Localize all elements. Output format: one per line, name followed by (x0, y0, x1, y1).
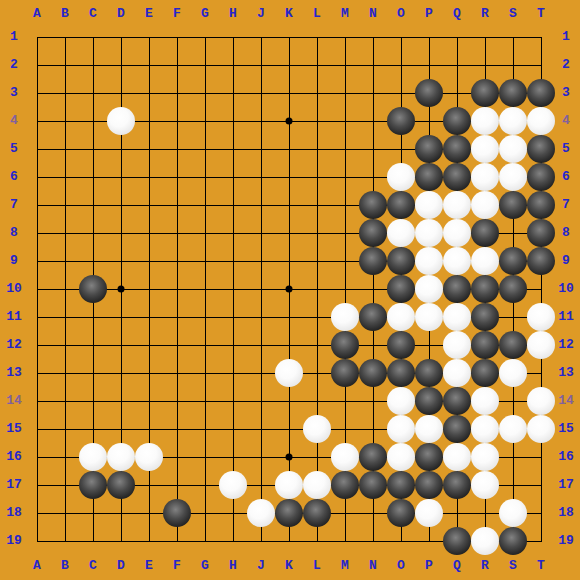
intersection-O2[interactable] (387, 51, 415, 79)
intersection-L14[interactable] (303, 387, 331, 415)
intersection-S18[interactable] (499, 499, 527, 527)
intersection-P15[interactable] (415, 415, 443, 443)
intersection-L16[interactable] (303, 443, 331, 471)
intersection-F12[interactable] (163, 331, 191, 359)
intersection-H12[interactable] (219, 331, 247, 359)
intersection-L18[interactable] (303, 499, 331, 527)
intersection-C11[interactable] (79, 303, 107, 331)
intersection-T14[interactable] (527, 387, 555, 415)
intersection-R1[interactable] (471, 23, 499, 51)
intersection-M3[interactable] (331, 79, 359, 107)
intersection-M15[interactable] (331, 415, 359, 443)
intersection-O10[interactable] (387, 275, 415, 303)
intersection-T6[interactable] (527, 163, 555, 191)
intersection-F19[interactable] (163, 527, 191, 555)
intersection-H9[interactable] (219, 247, 247, 275)
intersection-F4[interactable] (163, 107, 191, 135)
intersection-F8[interactable] (163, 219, 191, 247)
intersection-S6[interactable] (499, 163, 527, 191)
intersection-A13[interactable] (23, 359, 51, 387)
intersection-R17[interactable] (471, 471, 499, 499)
intersection-S1[interactable] (499, 23, 527, 51)
intersection-P1[interactable] (415, 23, 443, 51)
intersection-Q14[interactable] (443, 387, 471, 415)
intersection-N11[interactable] (359, 303, 387, 331)
intersection-P17[interactable] (415, 471, 443, 499)
intersection-S17[interactable] (499, 471, 527, 499)
intersection-D10[interactable] (107, 275, 135, 303)
intersection-K7[interactable] (275, 191, 303, 219)
intersection-L17[interactable] (303, 471, 331, 499)
intersection-L9[interactable] (303, 247, 331, 275)
intersection-K12[interactable] (275, 331, 303, 359)
intersection-K14[interactable] (275, 387, 303, 415)
intersection-P14[interactable] (415, 387, 443, 415)
intersection-N17[interactable] (359, 471, 387, 499)
intersection-Q19[interactable] (443, 527, 471, 555)
intersection-P6[interactable] (415, 163, 443, 191)
intersection-D11[interactable] (107, 303, 135, 331)
intersection-A9[interactable] (23, 247, 51, 275)
intersection-Q17[interactable] (443, 471, 471, 499)
intersection-K10[interactable] (275, 275, 303, 303)
intersection-G6[interactable] (191, 163, 219, 191)
intersection-O8[interactable] (387, 219, 415, 247)
intersection-P13[interactable] (415, 359, 443, 387)
intersection-N3[interactable] (359, 79, 387, 107)
intersection-D8[interactable] (107, 219, 135, 247)
intersection-L19[interactable] (303, 527, 331, 555)
intersection-K5[interactable] (275, 135, 303, 163)
intersection-E11[interactable] (135, 303, 163, 331)
intersection-M7[interactable] (331, 191, 359, 219)
intersection-F3[interactable] (163, 79, 191, 107)
intersection-E16[interactable] (135, 443, 163, 471)
intersection-C2[interactable] (79, 51, 107, 79)
intersection-S13[interactable] (499, 359, 527, 387)
intersection-B5[interactable] (51, 135, 79, 163)
intersection-C10[interactable] (79, 275, 107, 303)
intersection-K1[interactable] (275, 23, 303, 51)
intersection-E2[interactable] (135, 51, 163, 79)
intersection-M1[interactable] (331, 23, 359, 51)
intersection-R9[interactable] (471, 247, 499, 275)
intersection-E8[interactable] (135, 219, 163, 247)
intersection-T7[interactable] (527, 191, 555, 219)
intersection-B10[interactable] (51, 275, 79, 303)
intersection-R13[interactable] (471, 359, 499, 387)
intersection-J4[interactable] (247, 107, 275, 135)
intersection-T10[interactable] (527, 275, 555, 303)
intersection-T17[interactable] (527, 471, 555, 499)
intersection-J14[interactable] (247, 387, 275, 415)
intersection-C18[interactable] (79, 499, 107, 527)
intersection-D17[interactable] (107, 471, 135, 499)
intersection-N4[interactable] (359, 107, 387, 135)
intersection-P16[interactable] (415, 443, 443, 471)
intersection-G10[interactable] (191, 275, 219, 303)
intersection-F17[interactable] (163, 471, 191, 499)
intersection-A10[interactable] (23, 275, 51, 303)
intersection-O15[interactable] (387, 415, 415, 443)
intersection-B17[interactable] (51, 471, 79, 499)
intersection-G11[interactable] (191, 303, 219, 331)
intersection-P18[interactable] (415, 499, 443, 527)
intersection-H15[interactable] (219, 415, 247, 443)
intersection-H19[interactable] (219, 527, 247, 555)
intersection-E5[interactable] (135, 135, 163, 163)
intersection-N15[interactable] (359, 415, 387, 443)
intersection-Q13[interactable] (443, 359, 471, 387)
intersection-H3[interactable] (219, 79, 247, 107)
intersection-P11[interactable] (415, 303, 443, 331)
intersection-C9[interactable] (79, 247, 107, 275)
intersection-E3[interactable] (135, 79, 163, 107)
intersection-C14[interactable] (79, 387, 107, 415)
intersection-L13[interactable] (303, 359, 331, 387)
intersection-T8[interactable] (527, 219, 555, 247)
intersection-O4[interactable] (387, 107, 415, 135)
intersection-N8[interactable] (359, 219, 387, 247)
intersection-M4[interactable] (331, 107, 359, 135)
intersection-A17[interactable] (23, 471, 51, 499)
intersection-R2[interactable] (471, 51, 499, 79)
intersection-R14[interactable] (471, 387, 499, 415)
intersection-J15[interactable] (247, 415, 275, 443)
intersection-R6[interactable] (471, 163, 499, 191)
intersection-S2[interactable] (499, 51, 527, 79)
intersection-J7[interactable] (247, 191, 275, 219)
intersection-K9[interactable] (275, 247, 303, 275)
intersection-G17[interactable] (191, 471, 219, 499)
intersection-K19[interactable] (275, 527, 303, 555)
intersection-R18[interactable] (471, 499, 499, 527)
intersection-F5[interactable] (163, 135, 191, 163)
intersection-M17[interactable] (331, 471, 359, 499)
intersection-A3[interactable] (23, 79, 51, 107)
intersection-C4[interactable] (79, 107, 107, 135)
intersection-C15[interactable] (79, 415, 107, 443)
intersection-K17[interactable] (275, 471, 303, 499)
intersection-J12[interactable] (247, 331, 275, 359)
intersection-B13[interactable] (51, 359, 79, 387)
intersection-G5[interactable] (191, 135, 219, 163)
intersection-D9[interactable] (107, 247, 135, 275)
intersection-Q2[interactable] (443, 51, 471, 79)
intersection-T2[interactable] (527, 51, 555, 79)
intersection-R3[interactable] (471, 79, 499, 107)
intersection-N13[interactable] (359, 359, 387, 387)
intersection-A18[interactable] (23, 499, 51, 527)
intersection-M5[interactable] (331, 135, 359, 163)
intersection-L5[interactable] (303, 135, 331, 163)
intersection-Q10[interactable] (443, 275, 471, 303)
intersection-J3[interactable] (247, 79, 275, 107)
intersection-T19[interactable] (527, 527, 555, 555)
intersection-S14[interactable] (499, 387, 527, 415)
intersection-B8[interactable] (51, 219, 79, 247)
intersection-F18[interactable] (163, 499, 191, 527)
intersection-Q8[interactable] (443, 219, 471, 247)
intersection-B7[interactable] (51, 191, 79, 219)
intersection-J17[interactable] (247, 471, 275, 499)
intersection-O16[interactable] (387, 443, 415, 471)
intersection-F6[interactable] (163, 163, 191, 191)
intersection-S12[interactable] (499, 331, 527, 359)
intersection-N12[interactable] (359, 331, 387, 359)
intersection-G7[interactable] (191, 191, 219, 219)
intersection-T18[interactable] (527, 499, 555, 527)
intersection-K15[interactable] (275, 415, 303, 443)
intersection-S9[interactable] (499, 247, 527, 275)
intersection-O3[interactable] (387, 79, 415, 107)
intersection-E4[interactable] (135, 107, 163, 135)
intersection-N6[interactable] (359, 163, 387, 191)
intersection-E19[interactable] (135, 527, 163, 555)
intersection-C19[interactable] (79, 527, 107, 555)
intersection-Q15[interactable] (443, 415, 471, 443)
intersection-D16[interactable] (107, 443, 135, 471)
intersection-A16[interactable] (23, 443, 51, 471)
intersection-A4[interactable] (23, 107, 51, 135)
intersection-C6[interactable] (79, 163, 107, 191)
intersection-A15[interactable] (23, 415, 51, 443)
intersection-E9[interactable] (135, 247, 163, 275)
intersection-L15[interactable] (303, 415, 331, 443)
intersection-H18[interactable] (219, 499, 247, 527)
intersection-A6[interactable] (23, 163, 51, 191)
intersection-P2[interactable] (415, 51, 443, 79)
intersection-B18[interactable] (51, 499, 79, 527)
intersection-P7[interactable] (415, 191, 443, 219)
intersection-T12[interactable] (527, 331, 555, 359)
intersection-Q9[interactable] (443, 247, 471, 275)
intersection-L6[interactable] (303, 163, 331, 191)
intersection-O19[interactable] (387, 527, 415, 555)
intersection-P5[interactable] (415, 135, 443, 163)
intersection-O1[interactable] (387, 23, 415, 51)
intersection-E6[interactable] (135, 163, 163, 191)
intersection-R5[interactable] (471, 135, 499, 163)
intersection-M2[interactable] (331, 51, 359, 79)
intersection-Q3[interactable] (443, 79, 471, 107)
intersection-G18[interactable] (191, 499, 219, 527)
intersection-A12[interactable] (23, 331, 51, 359)
intersection-N10[interactable] (359, 275, 387, 303)
intersection-A7[interactable] (23, 191, 51, 219)
intersection-B2[interactable] (51, 51, 79, 79)
intersection-T11[interactable] (527, 303, 555, 331)
intersection-A1[interactable] (23, 23, 51, 51)
intersection-J19[interactable] (247, 527, 275, 555)
intersection-M16[interactable] (331, 443, 359, 471)
intersection-F7[interactable] (163, 191, 191, 219)
intersection-D6[interactable] (107, 163, 135, 191)
intersection-M12[interactable] (331, 331, 359, 359)
intersection-H2[interactable] (219, 51, 247, 79)
intersection-G9[interactable] (191, 247, 219, 275)
intersection-N2[interactable] (359, 51, 387, 79)
intersection-M19[interactable] (331, 527, 359, 555)
intersection-B16[interactable] (51, 443, 79, 471)
intersection-P3[interactable] (415, 79, 443, 107)
intersection-N19[interactable] (359, 527, 387, 555)
intersection-D4[interactable] (107, 107, 135, 135)
intersection-A2[interactable] (23, 51, 51, 79)
intersection-L4[interactable] (303, 107, 331, 135)
intersection-J6[interactable] (247, 163, 275, 191)
intersection-K16[interactable] (275, 443, 303, 471)
intersection-P8[interactable] (415, 219, 443, 247)
intersection-O18[interactable] (387, 499, 415, 527)
intersection-D14[interactable] (107, 387, 135, 415)
intersection-H16[interactable] (219, 443, 247, 471)
intersection-C3[interactable] (79, 79, 107, 107)
intersection-T15[interactable] (527, 415, 555, 443)
intersection-S4[interactable] (499, 107, 527, 135)
intersection-L8[interactable] (303, 219, 331, 247)
intersection-L10[interactable] (303, 275, 331, 303)
intersection-Q1[interactable] (443, 23, 471, 51)
intersection-J10[interactable] (247, 275, 275, 303)
intersection-R8[interactable] (471, 219, 499, 247)
intersection-J16[interactable] (247, 443, 275, 471)
intersection-L7[interactable] (303, 191, 331, 219)
intersection-O12[interactable] (387, 331, 415, 359)
intersection-D3[interactable] (107, 79, 135, 107)
intersection-G15[interactable] (191, 415, 219, 443)
intersection-R15[interactable] (471, 415, 499, 443)
intersection-C7[interactable] (79, 191, 107, 219)
intersection-D1[interactable] (107, 23, 135, 51)
intersection-Q11[interactable] (443, 303, 471, 331)
intersection-R10[interactable] (471, 275, 499, 303)
intersection-J1[interactable] (247, 23, 275, 51)
intersection-F2[interactable] (163, 51, 191, 79)
intersection-G8[interactable] (191, 219, 219, 247)
intersection-M11[interactable] (331, 303, 359, 331)
intersection-S15[interactable] (499, 415, 527, 443)
intersection-D15[interactable] (107, 415, 135, 443)
intersection-F9[interactable] (163, 247, 191, 275)
intersection-O11[interactable] (387, 303, 415, 331)
intersection-G2[interactable] (191, 51, 219, 79)
intersection-S7[interactable] (499, 191, 527, 219)
intersection-B9[interactable] (51, 247, 79, 275)
intersection-F15[interactable] (163, 415, 191, 443)
intersection-B11[interactable] (51, 303, 79, 331)
intersection-A11[interactable] (23, 303, 51, 331)
intersection-R16[interactable] (471, 443, 499, 471)
intersection-O9[interactable] (387, 247, 415, 275)
intersection-G12[interactable] (191, 331, 219, 359)
intersection-K3[interactable] (275, 79, 303, 107)
intersection-Q5[interactable] (443, 135, 471, 163)
intersection-R12[interactable] (471, 331, 499, 359)
intersection-P12[interactable] (415, 331, 443, 359)
intersection-J8[interactable] (247, 219, 275, 247)
intersection-C5[interactable] (79, 135, 107, 163)
intersection-G4[interactable] (191, 107, 219, 135)
intersection-E1[interactable] (135, 23, 163, 51)
intersection-Q16[interactable] (443, 443, 471, 471)
intersection-K8[interactable] (275, 219, 303, 247)
intersection-K6[interactable] (275, 163, 303, 191)
intersection-B15[interactable] (51, 415, 79, 443)
intersection-A5[interactable] (23, 135, 51, 163)
intersection-M10[interactable] (331, 275, 359, 303)
intersection-F11[interactable] (163, 303, 191, 331)
intersection-G16[interactable] (191, 443, 219, 471)
intersection-H6[interactable] (219, 163, 247, 191)
intersection-F1[interactable] (163, 23, 191, 51)
intersection-C17[interactable] (79, 471, 107, 499)
intersection-Q6[interactable] (443, 163, 471, 191)
intersection-N7[interactable] (359, 191, 387, 219)
intersection-M8[interactable] (331, 219, 359, 247)
intersection-H1[interactable] (219, 23, 247, 51)
intersection-H5[interactable] (219, 135, 247, 163)
intersection-Q4[interactable] (443, 107, 471, 135)
intersection-L12[interactable] (303, 331, 331, 359)
intersection-Q7[interactable] (443, 191, 471, 219)
intersection-D13[interactable] (107, 359, 135, 387)
intersection-J9[interactable] (247, 247, 275, 275)
intersection-S5[interactable] (499, 135, 527, 163)
intersection-A19[interactable] (23, 527, 51, 555)
intersection-D18[interactable] (107, 499, 135, 527)
intersection-R7[interactable] (471, 191, 499, 219)
intersection-G13[interactable] (191, 359, 219, 387)
intersection-H7[interactable] (219, 191, 247, 219)
intersection-Q18[interactable] (443, 499, 471, 527)
intersection-D7[interactable] (107, 191, 135, 219)
intersection-B1[interactable] (51, 23, 79, 51)
intersection-T1[interactable] (527, 23, 555, 51)
intersection-L2[interactable] (303, 51, 331, 79)
intersection-G19[interactable] (191, 527, 219, 555)
intersection-N9[interactable] (359, 247, 387, 275)
intersection-A8[interactable] (23, 219, 51, 247)
intersection-C12[interactable] (79, 331, 107, 359)
intersection-T13[interactable] (527, 359, 555, 387)
intersection-O17[interactable] (387, 471, 415, 499)
intersection-C16[interactable] (79, 443, 107, 471)
intersection-J5[interactable] (247, 135, 275, 163)
intersection-C13[interactable] (79, 359, 107, 387)
intersection-E18[interactable] (135, 499, 163, 527)
intersection-L3[interactable] (303, 79, 331, 107)
intersection-N1[interactable] (359, 23, 387, 51)
intersection-O5[interactable] (387, 135, 415, 163)
intersection-A14[interactable] (23, 387, 51, 415)
intersection-E17[interactable] (135, 471, 163, 499)
intersection-M6[interactable] (331, 163, 359, 191)
intersection-S11[interactable] (499, 303, 527, 331)
intersection-O13[interactable] (387, 359, 415, 387)
intersection-H11[interactable] (219, 303, 247, 331)
intersection-T3[interactable] (527, 79, 555, 107)
intersection-D19[interactable] (107, 527, 135, 555)
intersection-P9[interactable] (415, 247, 443, 275)
intersection-S3[interactable] (499, 79, 527, 107)
intersection-J18[interactable] (247, 499, 275, 527)
intersection-L1[interactable] (303, 23, 331, 51)
intersection-M18[interactable] (331, 499, 359, 527)
intersection-J13[interactable] (247, 359, 275, 387)
intersection-J2[interactable] (247, 51, 275, 79)
intersection-D5[interactable] (107, 135, 135, 163)
